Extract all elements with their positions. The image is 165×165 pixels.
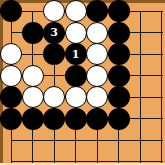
white-stone: [0, 65, 22, 87]
black-stone: [108, 22, 130, 44]
intersection: [65, 22, 87, 44]
intersection: [22, 151, 44, 165]
black-stone: [108, 65, 130, 87]
intersection: [22, 86, 44, 108]
intersection: [65, 65, 87, 87]
intersection: [43, 130, 65, 152]
intersection: [22, 43, 44, 65]
intersection: [86, 151, 108, 165]
intersection: [130, 43, 152, 65]
black-stone: [65, 108, 87, 130]
intersection: [43, 0, 65, 22]
intersection: [86, 130, 108, 152]
black-stone: [0, 108, 22, 130]
intersection: [22, 0, 44, 22]
intersection: [0, 22, 22, 44]
intersection: [151, 43, 165, 65]
white-stone: [86, 65, 108, 87]
intersection: [151, 65, 165, 87]
white-stone: [43, 86, 65, 108]
black-stone: [22, 22, 44, 44]
white-stone: [86, 43, 108, 65]
intersection: [0, 151, 22, 165]
black-stone: [108, 0, 130, 22]
white-stone: [43, 0, 65, 22]
intersection: [151, 0, 165, 22]
intersection: [151, 86, 165, 108]
intersection: [22, 22, 44, 44]
intersection: [43, 65, 65, 87]
black-stone: [43, 43, 65, 65]
intersection: [86, 22, 108, 44]
intersection: [108, 43, 130, 65]
intersection: [86, 86, 108, 108]
intersection: [130, 86, 152, 108]
intersection: [86, 65, 108, 87]
white-stone: [0, 43, 22, 65]
intersection: [108, 108, 130, 130]
numbered-black-stone: 1: [65, 43, 87, 65]
white-stone: [65, 22, 87, 44]
black-stone: [86, 0, 108, 22]
intersection: [65, 108, 87, 130]
black-stone: [43, 108, 65, 130]
intersection: [43, 151, 65, 165]
intersection: [43, 43, 65, 65]
black-stone: [65, 65, 87, 87]
intersection: [108, 130, 130, 152]
intersection: [108, 86, 130, 108]
intersection: [86, 0, 108, 22]
intersection: [0, 43, 22, 65]
white-stone: [86, 86, 108, 108]
intersection: [65, 151, 87, 165]
intersection: [130, 151, 152, 165]
intersection: [43, 86, 65, 108]
intersection: [0, 130, 22, 152]
intersection: [130, 65, 152, 87]
intersection: [22, 108, 44, 130]
intersection: [65, 0, 87, 22]
intersection: [43, 108, 65, 130]
numbered-black-stone: 3: [43, 22, 65, 44]
intersection: [130, 22, 152, 44]
intersection: [65, 130, 87, 152]
black-stone: [0, 86, 22, 108]
black-stone: [108, 43, 130, 65]
board-intersections: 31: [0, 0, 165, 165]
intersection: [108, 22, 130, 44]
intersection: [86, 43, 108, 65]
intersection: [108, 65, 130, 87]
black-stone: [86, 108, 108, 130]
intersection: [22, 130, 44, 152]
intersection: [151, 151, 165, 165]
intersection: [0, 86, 22, 108]
intersection: [130, 108, 152, 130]
black-stone: [0, 0, 22, 22]
white-stone: [86, 22, 108, 44]
intersection: [0, 65, 22, 87]
black-stone: [108, 86, 130, 108]
intersection: [0, 108, 22, 130]
intersection: [151, 108, 165, 130]
black-stone: [22, 108, 44, 130]
white-stone: [65, 86, 87, 108]
intersection: [108, 151, 130, 165]
white-stone: [22, 86, 44, 108]
intersection: [130, 0, 152, 22]
intersection: [0, 0, 22, 22]
white-stone: [65, 0, 87, 22]
intersection: [86, 108, 108, 130]
intersection: 3: [43, 22, 65, 44]
white-stone: [22, 65, 44, 87]
intersection: [151, 22, 165, 44]
black-stone: [108, 108, 130, 130]
intersection: [151, 130, 165, 152]
intersection: [108, 0, 130, 22]
intersection: 1: [65, 43, 87, 65]
intersection: [22, 65, 44, 87]
go-board: 31: [0, 0, 165, 165]
intersection: [65, 86, 87, 108]
intersection: [130, 130, 152, 152]
